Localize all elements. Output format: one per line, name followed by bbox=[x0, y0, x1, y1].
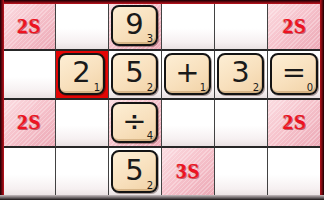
tile-+[interactable]: +1 bbox=[164, 53, 211, 94]
cell-r3c2[interactable] bbox=[56, 100, 109, 148]
cell-r2c3[interactable]: 52 bbox=[109, 51, 162, 99]
tile-point-value: 3 bbox=[147, 33, 153, 44]
cell-r2c5[interactable]: 32 bbox=[215, 51, 268, 99]
cell-r3c3[interactable]: ÷4 bbox=[109, 100, 162, 148]
tile-÷[interactable]: ÷4 bbox=[111, 102, 158, 143]
tile-2[interactable]: 21 bbox=[58, 53, 105, 94]
tile-glyph: 5 bbox=[125, 58, 143, 87]
cell-r1c1[interactable]: 2S bbox=[3, 3, 56, 51]
cell-r2c1[interactable] bbox=[3, 51, 56, 99]
tile-glyph: 3 bbox=[231, 58, 249, 87]
tile-9[interactable]: 93 bbox=[111, 5, 158, 46]
tile-point-value: 4 bbox=[147, 130, 153, 141]
cell-r1c2[interactable] bbox=[56, 3, 109, 51]
cell-r2c6[interactable]: =0 bbox=[268, 51, 321, 99]
cell-r1c6[interactable]: 2S bbox=[268, 3, 321, 51]
board-grid: 2S932S2152+132=02S÷42S523S bbox=[3, 3, 321, 196]
tile-glyph: 2 bbox=[72, 58, 90, 87]
cell-r4c6[interactable] bbox=[268, 148, 321, 196]
tile-glyph: 9 bbox=[125, 10, 143, 39]
bonus-label-2s: 2S bbox=[282, 110, 306, 135]
cell-r3c6[interactable]: 2S bbox=[268, 100, 321, 148]
cell-r4c5[interactable] bbox=[215, 148, 268, 196]
cell-r3c1[interactable]: 2S bbox=[3, 100, 56, 148]
cell-r4c1[interactable] bbox=[3, 148, 56, 196]
cell-r3c5[interactable] bbox=[215, 100, 268, 148]
cell-r3c4[interactable] bbox=[162, 100, 215, 148]
cell-r2c4[interactable]: +1 bbox=[162, 51, 215, 99]
cell-r1c4[interactable] bbox=[162, 3, 215, 51]
cell-r4c2[interactable] bbox=[56, 148, 109, 196]
cell-r1c5[interactable] bbox=[215, 3, 268, 51]
tile-5[interactable]: 52 bbox=[111, 53, 158, 94]
tile-glyph: = bbox=[282, 58, 306, 87]
tile-3[interactable]: 32 bbox=[217, 53, 264, 94]
cell-r4c4[interactable]: 3S bbox=[162, 148, 215, 196]
cell-r1c3[interactable]: 93 bbox=[109, 3, 162, 51]
tile-point-value: 1 bbox=[94, 82, 100, 93]
tile-point-value: 2 bbox=[147, 180, 153, 191]
tile-point-value: 2 bbox=[147, 82, 153, 93]
bonus-label-3s: 3S bbox=[176, 159, 200, 184]
bonus-label-2s: 2S bbox=[282, 14, 306, 39]
cell-r2c2[interactable]: 21 bbox=[56, 51, 109, 99]
tile-point-value: 1 bbox=[200, 82, 206, 93]
tile-glyph: 5 bbox=[125, 156, 143, 185]
tile-glyph: + bbox=[175, 58, 199, 87]
cell-r4c3[interactable]: 52 bbox=[109, 148, 162, 196]
tile-glyph: ÷ bbox=[122, 107, 146, 136]
bonus-label-2s: 2S bbox=[17, 14, 41, 39]
tile-=[interactable]: =0 bbox=[270, 53, 318, 94]
tile-point-value: 2 bbox=[253, 82, 259, 93]
tile-5[interactable]: 52 bbox=[111, 150, 158, 193]
game-board: 2S932S2152+132=02S÷42S523S bbox=[0, 0, 324, 200]
bonus-label-2s: 2S bbox=[17, 110, 41, 135]
tile-point-value: 0 bbox=[307, 82, 313, 93]
